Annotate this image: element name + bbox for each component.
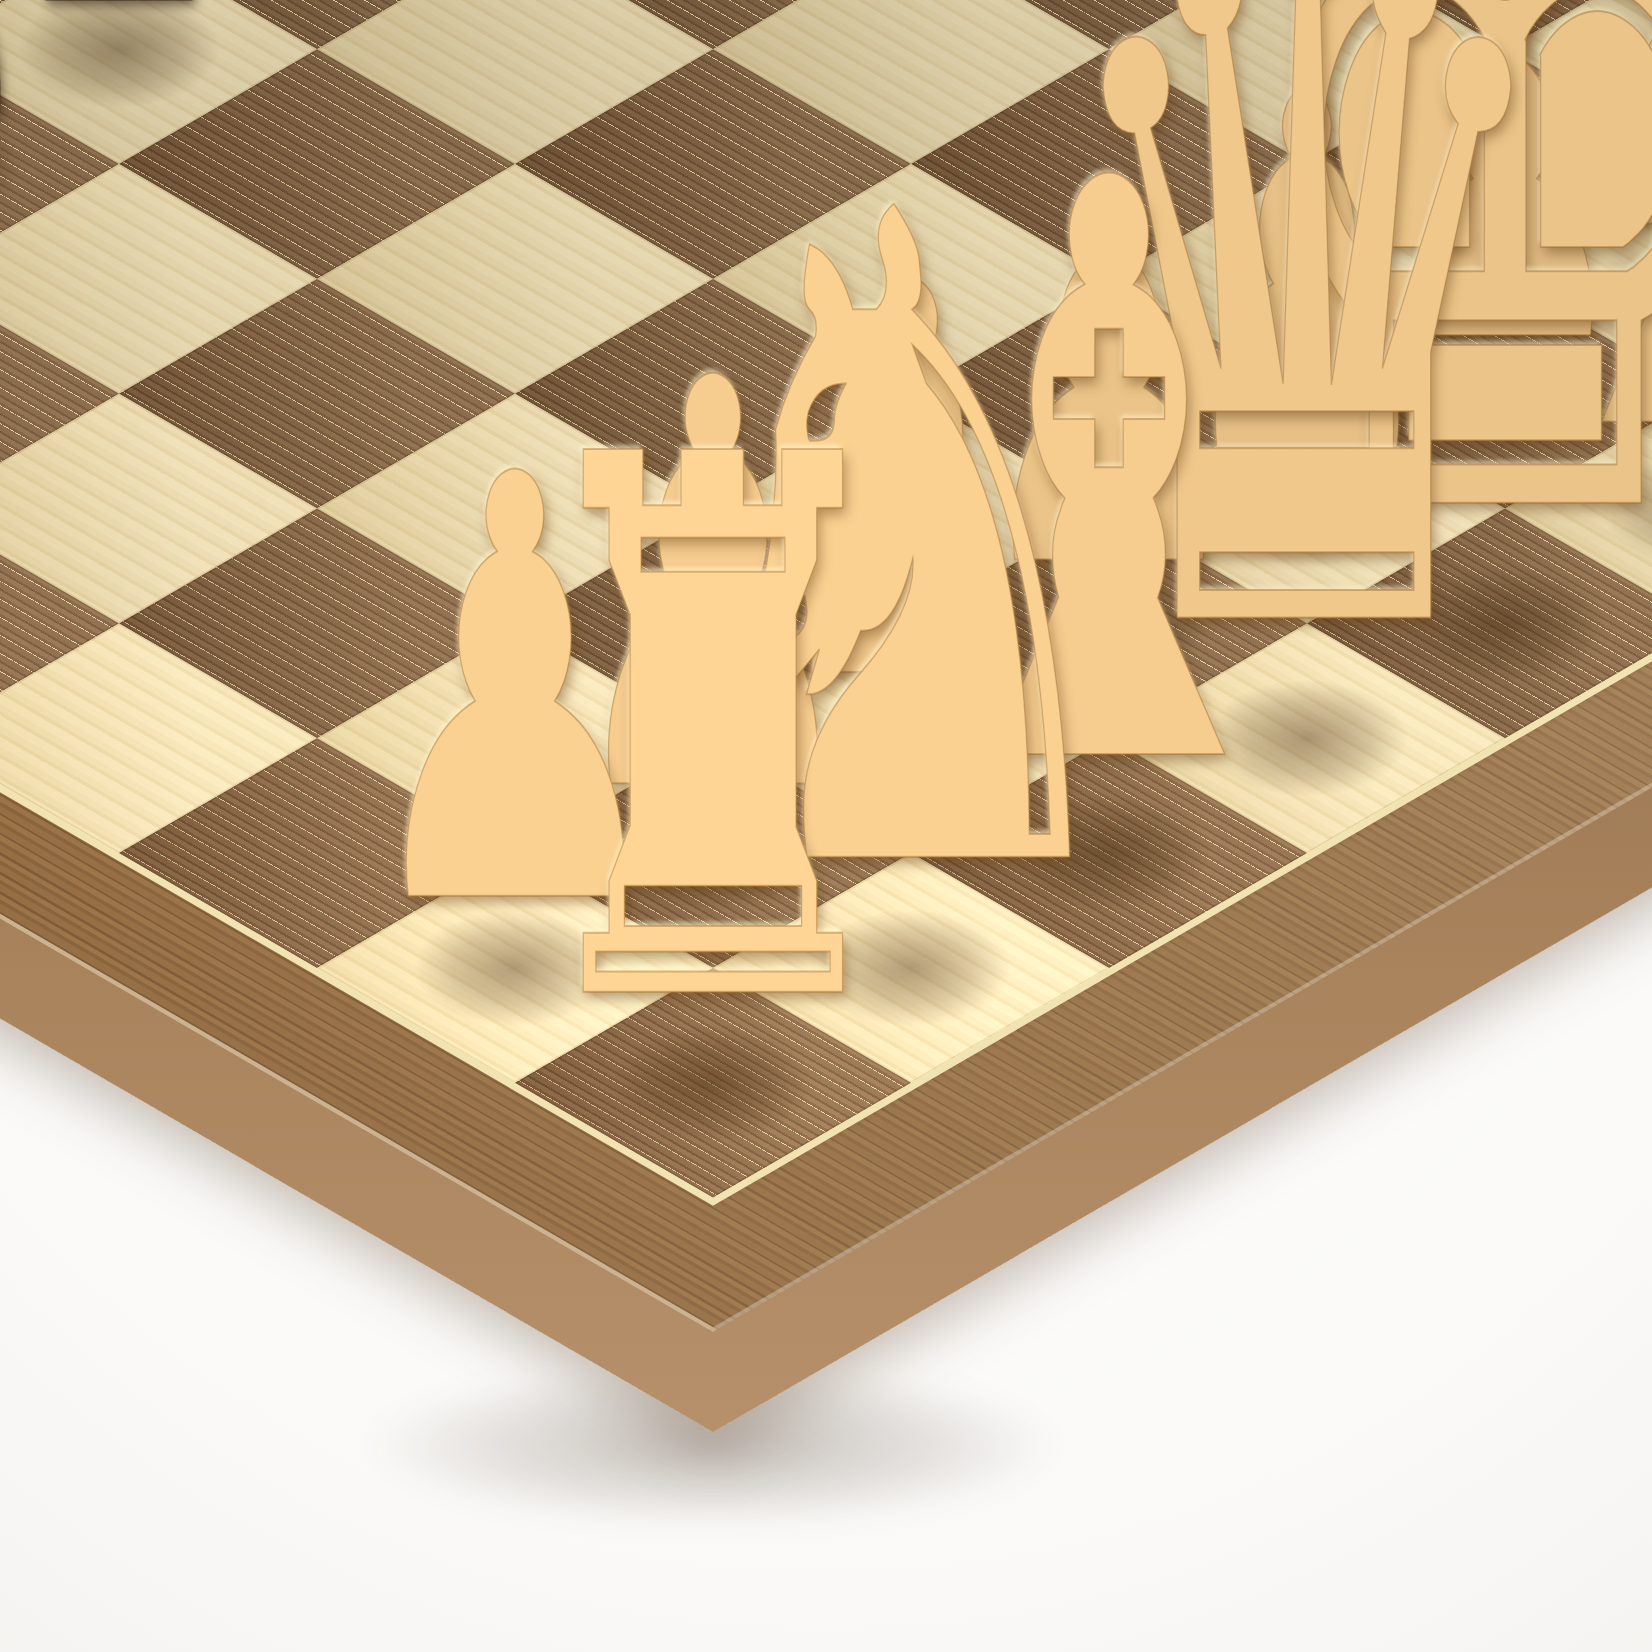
piece-black-pawn-d7: ♟ [8,0,231,61]
piece-black-pawn-c7: ♟ [0,0,39,177]
chess-photo-scene: ♜♟♟♜♞♟♟♞♝♟♟♝♚♟♟♚♛♟♟♛♝♟♟♝♞♟♟♞♜♟♟♜ [0,0,1652,1652]
square-a1: ♜ [515,968,911,1198]
piece-white-rook-a1: ♜ [507,362,920,1105]
